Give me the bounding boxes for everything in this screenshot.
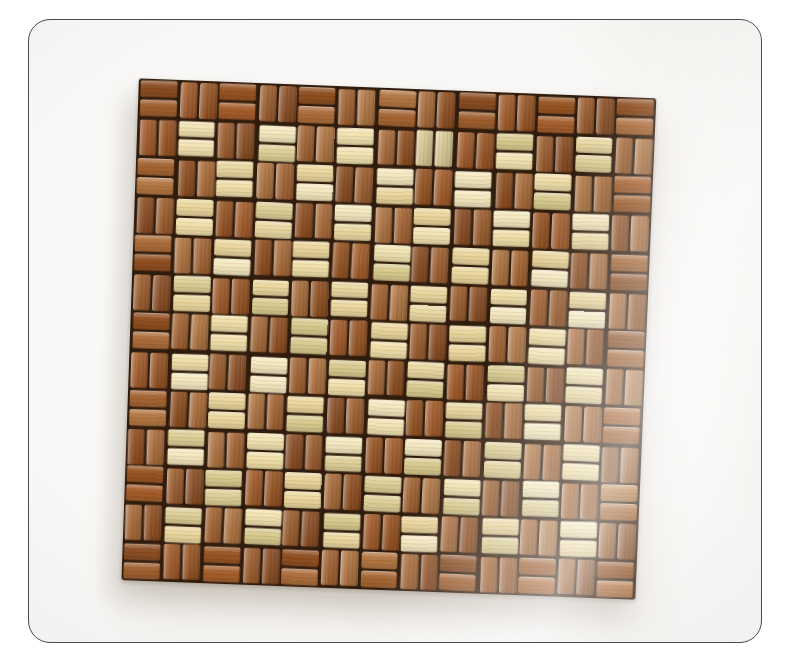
- dark-bamboo-slat: [285, 434, 304, 470]
- dark-bamboo-slat: [188, 392, 207, 428]
- dark-bamboo-slat: [600, 503, 637, 521]
- dark-bamboo-slat: [235, 201, 254, 237]
- dark-bamboo-slat: [247, 393, 266, 429]
- dark-bamboo-slat: [124, 544, 161, 562]
- dark-bamboo-slat: [495, 172, 514, 208]
- mat-cell: [488, 326, 526, 363]
- dark-bamboo-slat: [316, 125, 335, 161]
- light-bamboo-slat: [255, 201, 292, 220]
- light-bamboo-slat: [401, 535, 438, 553]
- mat-cell: [338, 89, 376, 126]
- dark-bamboo-slat: [499, 558, 517, 594]
- dark-bamboo-slat: [126, 465, 163, 483]
- light-bamboo-slat: [481, 536, 518, 554]
- dark-bamboo-slat: [289, 357, 307, 393]
- light-bamboo-slat: [576, 136, 613, 154]
- light-bamboo-slat: [483, 460, 520, 478]
- mat-cell: [571, 213, 609, 250]
- dark-bamboo-slat: [150, 352, 168, 388]
- mat-cell: [481, 518, 519, 554]
- light-bamboo-slat: [329, 359, 366, 377]
- light-bamboo-slat: [259, 124, 296, 142]
- mat-cell: [409, 324, 447, 361]
- mat-cell: [284, 472, 322, 509]
- mat-cell: [252, 279, 290, 316]
- dark-bamboo-slat: [596, 580, 633, 598]
- mat-cell: [177, 160, 215, 197]
- mat-cell: [285, 434, 323, 471]
- dark-bamboo-slat: [304, 435, 323, 471]
- dark-bamboo-slat: [569, 253, 588, 289]
- dark-bamboo-slat: [169, 391, 188, 427]
- mat-cell: [443, 440, 481, 477]
- mat-cell: [534, 173, 572, 210]
- dark-bamboo-slat: [340, 551, 359, 587]
- light-bamboo-slat: [496, 132, 533, 150]
- light-bamboo-slat: [173, 275, 210, 293]
- dark-bamboo-slat: [631, 215, 649, 251]
- light-bamboo-slat: [454, 190, 491, 208]
- dark-bamboo-slat: [299, 87, 336, 105]
- dark-bamboo-slat: [204, 507, 223, 543]
- dark-bamboo-slat: [603, 408, 640, 426]
- dark-bamboo-slat: [182, 544, 200, 580]
- light-bamboo-slat: [287, 396, 324, 414]
- mat-cell: [295, 202, 333, 239]
- mat-cell: [596, 562, 634, 599]
- light-bamboo-slat: [337, 127, 374, 145]
- mat-cell: [495, 132, 533, 169]
- dark-bamboo-slat: [491, 250, 510, 286]
- mat-cell: [217, 122, 255, 159]
- mat-cell: [281, 549, 319, 586]
- light-bamboo-slat: [559, 539, 596, 557]
- dark-bamboo-slat: [475, 132, 494, 169]
- mat-cell: [440, 516, 478, 553]
- dark-bamboo-slat: [468, 286, 487, 322]
- mat-cell: [600, 485, 638, 521]
- dark-bamboo-slat: [223, 508, 242, 544]
- mat-cell: [327, 398, 365, 434]
- dark-bamboo-slat: [507, 327, 525, 363]
- mat-cell: [497, 94, 535, 131]
- dark-bamboo-slat: [523, 443, 542, 479]
- light-bamboo-slat: [177, 139, 214, 157]
- mat-cell: [207, 432, 245, 469]
- dark-bamboo-slat: [593, 176, 611, 212]
- dark-bamboo-slat: [422, 478, 441, 514]
- dark-bamboo-slat: [459, 517, 478, 553]
- light-bamboo-slat: [167, 429, 204, 447]
- dark-bamboo-slat: [503, 403, 522, 439]
- mat-cell: [524, 404, 562, 441]
- mat-cell: [136, 158, 174, 195]
- light-bamboo-slat: [323, 531, 360, 549]
- dark-bamboo-slat: [129, 390, 166, 408]
- mat-cell: [367, 359, 405, 396]
- dark-bamboo-slat: [245, 470, 264, 506]
- dark-bamboo-slat: [127, 429, 145, 465]
- mat-cell: [454, 208, 492, 245]
- mat-cell: [451, 247, 489, 284]
- dark-bamboo-slat: [297, 125, 316, 161]
- dark-bamboo-slat: [614, 195, 651, 213]
- dark-bamboo-slat: [361, 552, 398, 570]
- dark-bamboo-slat: [327, 398, 345, 434]
- mat-cell: [334, 204, 372, 241]
- dark-bamboo-slat: [519, 519, 538, 555]
- mat-cell: [559, 521, 597, 557]
- page-background: { "scene": { "description": "Overhead e-…: [0, 0, 790, 649]
- dark-bamboo-slat: [298, 105, 335, 123]
- dark-bamboo-slat: [449, 285, 468, 321]
- light-bamboo-slat: [445, 402, 482, 420]
- light-bamboo-slat: [575, 155, 612, 173]
- mat-cell: [167, 429, 205, 466]
- light-bamboo-slat: [448, 344, 485, 362]
- dark-bamboo-slat: [228, 354, 247, 390]
- dark-bamboo-slat: [517, 95, 535, 131]
- dark-bamboo-slat: [608, 331, 645, 349]
- dark-bamboo-slat: [414, 168, 433, 204]
- dark-bamboo-slat: [330, 319, 349, 355]
- dark-bamboo-slat: [140, 80, 177, 98]
- mat-cell: [127, 429, 165, 466]
- light-bamboo-slat: [492, 229, 529, 247]
- mat-cell: [486, 365, 524, 401]
- mat-cell: [244, 508, 282, 545]
- light-bamboo-slat: [481, 518, 518, 536]
- light-bamboo-slat: [284, 491, 321, 509]
- light-bamboo-slat: [534, 192, 571, 210]
- mat-cell: [213, 239, 251, 276]
- dark-bamboo-slat: [190, 314, 209, 350]
- light-bamboo-slat: [205, 470, 242, 488]
- light-bamboo-slat: [258, 143, 295, 161]
- dark-bamboo-slat: [360, 571, 397, 589]
- light-bamboo-slat: [364, 476, 401, 494]
- mat-cell: [208, 392, 246, 429]
- mat-cell: [336, 127, 374, 164]
- dark-bamboo-slat: [601, 485, 638, 503]
- dark-bamboo-slat: [170, 313, 189, 349]
- mat-cell: [179, 82, 217, 119]
- dark-bamboo-slat: [217, 122, 235, 158]
- light-bamboo-slat: [405, 438, 442, 456]
- dark-bamboo-slat: [607, 349, 644, 367]
- mat-cell: [254, 201, 292, 238]
- dark-bamboo-slat: [538, 96, 575, 114]
- mat-cell: [298, 87, 336, 124]
- mat-cell: [330, 319, 368, 356]
- dark-bamboo-slat: [402, 477, 421, 513]
- mat-cell: [125, 465, 163, 502]
- mat-cell: [491, 250, 529, 287]
- light-bamboo-slat: [254, 220, 291, 239]
- mat-cell: [611, 215, 649, 252]
- light-bamboo-slat: [297, 164, 334, 182]
- mat-cell: [565, 367, 603, 404]
- mat-cell: [523, 443, 561, 480]
- dark-bamboo-slat: [526, 367, 545, 403]
- dark-bamboo-slat: [620, 447, 639, 483]
- mat-cell: [254, 239, 292, 276]
- dark-bamboo-slat: [301, 511, 320, 547]
- dark-bamboo-slat: [443, 440, 462, 476]
- mat-cell: [291, 280, 329, 317]
- dark-bamboo-slat: [555, 136, 573, 172]
- dark-bamboo-slat: [614, 176, 651, 194]
- mat-cell: [489, 288, 527, 325]
- dark-bamboo-slat: [454, 208, 472, 244]
- light-bamboo-slat: [292, 260, 329, 278]
- dark-bamboo-slat: [618, 523, 637, 559]
- light-bamboo-slat: [324, 455, 361, 473]
- dark-bamboo-slat: [510, 250, 529, 286]
- mat-cell: [561, 483, 599, 520]
- dark-bamboo-slat: [514, 173, 533, 209]
- mat-cell: [124, 504, 161, 540]
- mat-cell: [132, 313, 170, 350]
- mat-cell: [458, 92, 496, 129]
- light-bamboo-slat: [366, 418, 403, 437]
- dark-bamboo-slat: [212, 278, 230, 314]
- dark-bamboo-slat: [365, 437, 383, 473]
- dark-bamboo-slat: [446, 364, 464, 400]
- dark-bamboo-slat: [611, 215, 629, 251]
- light-bamboo-slat: [493, 210, 530, 228]
- dark-bamboo-slat: [539, 520, 558, 556]
- dark-bamboo-slat: [123, 562, 160, 580]
- dark-bamboo-slat: [321, 550, 340, 586]
- dark-bamboo-slat: [136, 197, 155, 233]
- mat-cell: [376, 168, 414, 205]
- dark-bamboo-slat: [381, 514, 400, 550]
- dark-bamboo-slat: [542, 444, 561, 480]
- light-bamboo-slat: [296, 183, 333, 201]
- mat-cell: [532, 212, 570, 249]
- light-bamboo-slat: [211, 315, 248, 333]
- dark-bamboo-slat: [343, 475, 362, 511]
- light-bamboo-slat: [443, 479, 480, 497]
- mat-cell: [247, 393, 285, 430]
- mat-cell: [414, 168, 452, 205]
- dark-bamboo-slat: [374, 207, 392, 243]
- dark-bamboo-slat: [434, 169, 453, 205]
- dark-bamboo-slat: [378, 108, 416, 127]
- dark-bamboo-slat: [536, 135, 554, 171]
- dark-bamboo-slat: [546, 367, 565, 403]
- dark-bamboo-slat: [417, 91, 436, 127]
- mat-cell: [615, 137, 653, 174]
- mat-cell: [404, 438, 442, 475]
- light-bamboo-slat: [560, 521, 597, 539]
- dark-bamboo-slat: [314, 203, 333, 239]
- dark-bamboo-slat: [428, 324, 447, 360]
- mat-cell: [378, 89, 416, 127]
- light-bamboo-slat: [175, 217, 212, 235]
- mat-cell: [575, 136, 613, 173]
- mat-cell: [519, 519, 557, 556]
- light-bamboo-slat: [363, 494, 400, 512]
- light-bamboo-slat: [489, 307, 526, 325]
- light-bamboo-slat: [373, 244, 410, 262]
- dark-bamboo-slat: [561, 483, 580, 519]
- light-bamboo-slat: [572, 213, 609, 231]
- light-bamboo-slat: [252, 298, 289, 316]
- light-bamboo-slat: [562, 444, 599, 462]
- light-bamboo-slat: [216, 161, 253, 179]
- mat-cell: [531, 250, 569, 287]
- light-bamboo-slat: [249, 375, 286, 393]
- dark-bamboo-slat: [278, 86, 297, 123]
- dark-bamboo-slat: [129, 409, 166, 427]
- dark-bamboo-slat: [406, 400, 424, 436]
- dark-bamboo-slat: [557, 559, 576, 595]
- mat-cell: [369, 322, 407, 359]
- mat-cell: [574, 176, 612, 213]
- dark-bamboo-slat: [144, 505, 162, 541]
- light-bamboo-slat: [414, 207, 451, 225]
- mat-cell: [406, 400, 444, 436]
- light-bamboo-slat: [331, 281, 368, 299]
- mat-cell: [286, 396, 324, 433]
- mat-cell: [370, 283, 408, 320]
- light-bamboo-slat: [164, 525, 201, 543]
- dark-bamboo-slat: [488, 326, 506, 362]
- light-bamboo-slat: [216, 179, 253, 197]
- mat-cell: [614, 176, 652, 213]
- mat-cell: [481, 480, 519, 517]
- mat-cell: [479, 557, 516, 593]
- dark-bamboo-slat: [207, 432, 225, 468]
- mat-cell: [610, 254, 648, 291]
- dark-bamboo-slat: [437, 92, 456, 128]
- dark-bamboo-slat: [237, 122, 255, 158]
- light-bamboo-slat: [213, 258, 250, 276]
- mat-cell: [406, 361, 444, 398]
- light-bamboo-slat: [522, 500, 559, 518]
- dark-bamboo-slat: [124, 504, 142, 540]
- mat-cell: [456, 131, 494, 169]
- mat-cell: [321, 550, 359, 587]
- light-bamboo-slat: [244, 527, 281, 545]
- mat-cell: [561, 444, 599, 481]
- light-bamboo-slat: [208, 411, 245, 429]
- mat-cell: [209, 353, 247, 390]
- light-bamboo-slat: [178, 120, 215, 138]
- mat-cell: [173, 237, 211, 274]
- dark-bamboo-slat: [484, 402, 503, 438]
- light-bamboo-slat: [325, 436, 362, 454]
- dark-bamboo-slat: [133, 313, 170, 331]
- light-bamboo-slat: [568, 310, 605, 328]
- mat-cell: [400, 554, 438, 591]
- dark-bamboo-slat: [551, 213, 570, 249]
- mat-cell: [292, 241, 330, 278]
- mat-cell: [528, 328, 566, 365]
- dark-bamboo-slat: [597, 562, 634, 580]
- mat-cell: [564, 406, 602, 443]
- dark-bamboo-slat: [598, 523, 617, 559]
- mat-cell: [139, 119, 177, 156]
- dark-bamboo-slat: [608, 293, 627, 329]
- mat-cell: [448, 325, 486, 362]
- dark-bamboo-slat: [439, 555, 476, 573]
- dark-bamboo-slat: [564, 406, 583, 442]
- dark-bamboo-slat: [616, 117, 653, 135]
- dark-bamboo-slat: [458, 111, 495, 129]
- mat-cell: [323, 513, 361, 550]
- mat-cell: [566, 329, 604, 366]
- dark-bamboo-slat: [134, 235, 171, 253]
- dark-bamboo-slat: [377, 129, 396, 165]
- mat-cell: [133, 274, 171, 311]
- mat-cell: [415, 129, 453, 166]
- light-bamboo-slat: [484, 441, 521, 459]
- dark-bamboo-slat: [273, 240, 291, 276]
- mat-cell: [335, 166, 373, 203]
- dark-bamboo-slat: [462, 441, 481, 477]
- mat-cell: [372, 244, 410, 281]
- dark-bamboo-slat: [628, 294, 647, 330]
- light-bamboo-slat: [435, 130, 454, 166]
- dark-bamboo-slat: [281, 568, 318, 586]
- light-bamboo-slat: [291, 318, 328, 336]
- light-bamboo-slat: [401, 516, 438, 534]
- light-bamboo-slat: [167, 447, 204, 465]
- dark-bamboo-slat: [481, 480, 500, 516]
- mat-cell: [297, 125, 335, 162]
- mat-cell: [577, 97, 615, 134]
- dark-bamboo-slat: [379, 89, 417, 108]
- dark-bamboo-slat: [346, 398, 364, 434]
- dark-bamboo-slat: [125, 484, 162, 502]
- mat-cell: [166, 468, 204, 504]
- mat-cell: [242, 548, 280, 585]
- dark-bamboo-slat: [532, 212, 551, 248]
- dark-bamboo-slat: [254, 239, 272, 275]
- light-bamboo-slat: [173, 294, 210, 312]
- dark-bamboo-slat: [266, 394, 285, 430]
- dark-bamboo-slat: [232, 278, 250, 314]
- dark-bamboo-slat: [219, 83, 256, 101]
- mat-cell: [598, 523, 636, 560]
- mat-cell: [203, 546, 241, 583]
- light-bamboo-slat: [336, 146, 373, 164]
- mat-cell: [330, 281, 368, 318]
- mat-cell: [210, 315, 248, 352]
- light-bamboo-slat: [528, 347, 565, 366]
- dark-bamboo-slat: [479, 557, 497, 593]
- dark-bamboo-slat: [393, 207, 411, 243]
- dark-bamboo-slat: [518, 577, 555, 595]
- light-bamboo-slat: [372, 263, 409, 281]
- dark-bamboo-slat: [218, 102, 255, 120]
- light-bamboo-slat: [561, 462, 598, 480]
- dark-bamboo-slat: [362, 514, 381, 550]
- mat-cell: [215, 200, 253, 237]
- light-bamboo-slat: [210, 334, 247, 352]
- mat-cell: [140, 80, 178, 117]
- mat-cell: [363, 476, 401, 513]
- dark-bamboo-slat: [566, 329, 585, 365]
- mat-cell: [250, 316, 288, 353]
- light-bamboo-slat: [454, 171, 491, 189]
- light-bamboo-slat: [323, 513, 360, 531]
- mat-cell: [443, 479, 481, 516]
- dark-bamboo-slat: [324, 474, 343, 510]
